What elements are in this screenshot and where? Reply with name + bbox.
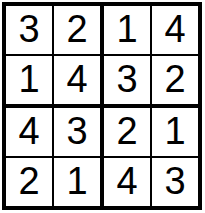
sudoku-page: 3 2 1 4 1 4 3 2 4 3 2 1 2 1 4 3 bbox=[0, 0, 205, 213]
box-bottom-right: 2 1 4 3 bbox=[104, 108, 198, 206]
cell-digit: 2 bbox=[164, 60, 185, 98]
cell-digit: 3 bbox=[164, 162, 185, 200]
cell-r1c2[interactable]: 2 bbox=[54, 6, 100, 54]
box-top-right: 1 4 3 2 bbox=[104, 6, 198, 104]
cell-r3c3[interactable]: 2 bbox=[104, 108, 150, 156]
cell-r2c2[interactable]: 4 bbox=[54, 56, 100, 104]
cell-r4c1[interactable]: 2 bbox=[6, 158, 52, 206]
cell-digit: 3 bbox=[116, 60, 137, 98]
cell-digit: 1 bbox=[18, 60, 39, 98]
cell-r4c2[interactable]: 1 bbox=[54, 158, 100, 206]
cell-r1c3[interactable]: 1 bbox=[104, 6, 150, 54]
cell-r2c4[interactable]: 2 bbox=[152, 56, 198, 104]
cell-digit: 4 bbox=[116, 162, 137, 200]
cell-r4c4[interactable]: 3 bbox=[152, 158, 198, 206]
cell-digit: 4 bbox=[66, 60, 87, 98]
cell-digit: 2 bbox=[18, 162, 39, 200]
cell-r1c1[interactable]: 3 bbox=[6, 6, 52, 54]
cell-digit: 1 bbox=[164, 112, 185, 150]
cell-r2c3[interactable]: 3 bbox=[104, 56, 150, 104]
cell-r3c1[interactable]: 4 bbox=[6, 108, 52, 156]
cell-digit: 4 bbox=[18, 112, 39, 150]
cell-digit: 2 bbox=[116, 112, 137, 150]
cell-digit: 4 bbox=[164, 10, 185, 48]
box-bottom-left: 4 3 2 1 bbox=[6, 108, 100, 206]
cell-r2c1[interactable]: 1 bbox=[6, 56, 52, 104]
cell-digit: 3 bbox=[18, 10, 39, 48]
cell-r4c3[interactable]: 4 bbox=[104, 158, 150, 206]
cell-r1c4[interactable]: 4 bbox=[152, 6, 198, 54]
cell-r3c4[interactable]: 1 bbox=[152, 108, 198, 156]
sudoku-board: 3 2 1 4 1 4 3 2 4 3 2 1 2 1 4 3 bbox=[2, 2, 202, 210]
cell-digit: 2 bbox=[66, 10, 87, 48]
cell-digit: 1 bbox=[66, 162, 87, 200]
cell-digit: 3 bbox=[66, 112, 87, 150]
cell-r3c2[interactable]: 3 bbox=[54, 108, 100, 156]
cell-digit: 1 bbox=[116, 10, 137, 48]
box-top-left: 3 2 1 4 bbox=[6, 6, 100, 104]
